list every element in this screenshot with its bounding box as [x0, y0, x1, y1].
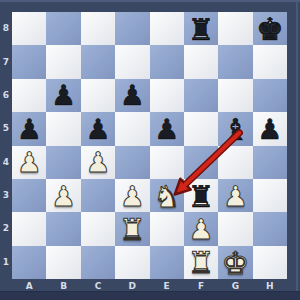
square-e7[interactable]: [150, 45, 184, 78]
black-rook-f8[interactable]: ♜: [188, 15, 215, 45]
square-c5[interactable]: ♟: [81, 112, 115, 145]
square-h7[interactable]: [253, 45, 287, 78]
square-f1[interactable]: ♜: [184, 246, 218, 279]
square-g8[interactable]: [218, 12, 252, 45]
square-a4[interactable]: ♟: [12, 146, 46, 179]
white-pawn-a4[interactable]: ♟: [17, 149, 42, 177]
square-h3[interactable]: [253, 179, 287, 212]
black-pawn-h5[interactable]: ♟: [257, 116, 282, 144]
square-f5[interactable]: [184, 112, 218, 145]
square-b6[interactable]: ♟: [46, 79, 80, 112]
square-e3[interactable]: ♞: [150, 179, 184, 212]
black-pawn-d6[interactable]: ♟: [120, 82, 145, 110]
square-e5[interactable]: ♟: [150, 112, 184, 145]
white-rook-d2[interactable]: ♜: [119, 215, 146, 245]
square-e1[interactable]: [150, 246, 184, 279]
black-rook-f3[interactable]: ♜: [188, 182, 215, 212]
square-d4[interactable]: [115, 146, 149, 179]
square-b8[interactable]: [46, 12, 80, 45]
square-g3[interactable]: ♟: [218, 179, 252, 212]
square-e4[interactable]: [150, 146, 184, 179]
square-h8[interactable]: ♚: [253, 12, 287, 45]
square-b4[interactable]: [46, 146, 80, 179]
square-a8[interactable]: [12, 12, 46, 45]
square-g2[interactable]: [218, 212, 252, 245]
white-pawn-c4[interactable]: ♟: [85, 149, 110, 177]
square-h6[interactable]: [253, 79, 287, 112]
square-c6[interactable]: [81, 79, 115, 112]
board-border-bottom-strip: [0, 291, 300, 300]
rank-label-6: 6: [0, 89, 12, 102]
square-d5[interactable]: [115, 112, 149, 145]
square-b2[interactable]: [46, 212, 80, 245]
square-d7[interactable]: [115, 45, 149, 78]
square-c3[interactable]: [81, 179, 115, 212]
square-f2[interactable]: ♟: [184, 212, 218, 245]
white-rook-f1[interactable]: ♜: [188, 248, 215, 278]
black-pawn-c5[interactable]: ♟: [85, 116, 110, 144]
rank-label-5: 5: [0, 122, 12, 135]
rank-label-4: 4: [0, 156, 12, 169]
square-f6[interactable]: [184, 79, 218, 112]
square-a6[interactable]: [12, 79, 46, 112]
board-border-right-highlight: [296, 2, 298, 292]
square-c7[interactable]: [81, 45, 115, 78]
rank-label-7: 7: [0, 56, 12, 69]
square-a3[interactable]: [12, 179, 46, 212]
black-pawn-b6[interactable]: ♟: [51, 82, 76, 110]
square-d3[interactable]: ♟: [115, 179, 149, 212]
square-h4[interactable]: [253, 146, 287, 179]
black-pawn-e5[interactable]: ♟: [154, 116, 179, 144]
square-b5[interactable]: [46, 112, 80, 145]
chessboard-panel: ♜♚♟♟♟♟♟♝♟♟♟♟♟♞♜♟♜♟♜♚ 87654321ABCDEFGH: [0, 0, 300, 300]
rank-label-3: 3: [0, 189, 12, 202]
square-e6[interactable]: [150, 79, 184, 112]
square-a7[interactable]: [12, 45, 46, 78]
square-g5[interactable]: ♝: [218, 112, 252, 145]
black-pawn-a5[interactable]: ♟: [17, 116, 42, 144]
square-e2[interactable]: [150, 212, 184, 245]
square-c1[interactable]: [81, 246, 115, 279]
square-b7[interactable]: [46, 45, 80, 78]
white-pawn-f2[interactable]: ♟: [189, 216, 214, 244]
chess-board: ♜♚♟♟♟♟♟♝♟♟♟♟♟♞♜♟♜♟♜♚: [12, 12, 287, 279]
square-a2[interactable]: [12, 212, 46, 245]
square-f4[interactable]: [184, 146, 218, 179]
square-c2[interactable]: [81, 212, 115, 245]
square-h5[interactable]: ♟: [253, 112, 287, 145]
square-a5[interactable]: ♟: [12, 112, 46, 145]
square-d1[interactable]: [115, 246, 149, 279]
square-c8[interactable]: [81, 12, 115, 45]
square-h2[interactable]: [253, 212, 287, 245]
square-d6[interactable]: ♟: [115, 79, 149, 112]
square-b3[interactable]: ♟: [46, 179, 80, 212]
square-a1[interactable]: [12, 246, 46, 279]
rank-label-2: 2: [0, 222, 12, 235]
square-g1[interactable]: ♚: [218, 246, 252, 279]
white-pawn-g3[interactable]: ♟: [223, 183, 248, 211]
white-pawn-b3[interactable]: ♟: [51, 183, 76, 211]
square-d8[interactable]: [115, 12, 149, 45]
square-b1[interactable]: [46, 246, 80, 279]
square-e8[interactable]: [150, 12, 184, 45]
square-g7[interactable]: [218, 45, 252, 78]
square-f7[interactable]: [184, 45, 218, 78]
board-border-top-highlight: [0, 0, 300, 2]
black-king-h8[interactable]: ♚: [256, 14, 284, 45]
square-f8[interactable]: ♜: [184, 12, 218, 45]
white-king-g1[interactable]: ♚: [222, 248, 250, 279]
white-knight-e3[interactable]: ♞: [153, 182, 180, 212]
square-g6[interactable]: [218, 79, 252, 112]
square-d2[interactable]: ♜: [115, 212, 149, 245]
white-pawn-d3[interactable]: ♟: [120, 183, 145, 211]
rank-label-1: 1: [0, 256, 12, 269]
square-c4[interactable]: ♟: [81, 146, 115, 179]
square-f3[interactable]: ♜: [184, 179, 218, 212]
rank-label-8: 8: [0, 22, 12, 35]
square-h1[interactable]: [253, 246, 287, 279]
black-bishop-g5[interactable]: ♝: [222, 115, 249, 145]
square-g4[interactable]: [218, 146, 252, 179]
